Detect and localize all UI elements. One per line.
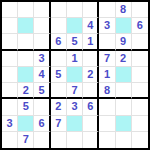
cell-r3c4[interactable]: 6 [51,34,67,50]
cell-r5c9[interactable] [132,67,148,83]
cell-r5c1[interactable] [2,67,18,83]
cell-r5c8[interactable] [116,67,132,83]
cell-r3c7[interactable] [99,34,115,50]
cell-r9c4[interactable] [51,132,67,148]
cell-r9c7[interactable] [99,132,115,148]
cell-r8c9[interactable] [132,116,148,132]
cell-r1c5[interactable] [67,2,83,18]
cell-r4c4[interactable] [51,51,67,67]
cell-r9c1[interactable] [2,132,18,148]
cell-r4c2[interactable] [18,51,34,67]
cell-r8c3[interactable]: 6 [34,116,50,132]
cell-r1c2[interactable] [18,2,34,18]
cell-r7c6[interactable]: 6 [83,99,99,115]
cell-r1c1[interactable] [2,2,18,18]
cell-r7c7[interactable] [99,99,115,115]
cell-r2c2[interactable] [18,18,34,34]
cell-r6c2[interactable]: 2 [18,83,34,99]
cell-r7c5[interactable]: 3 [67,99,83,115]
cell-r4c8[interactable]: 2 [116,51,132,67]
cell-r7c3[interactable] [34,99,50,115]
sudoku-board: 8436651931724521257852363677 [0,0,150,150]
cell-r5c6[interactable]: 2 [83,67,99,83]
cell-r4c1[interactable] [2,51,18,67]
cell-r1c4[interactable] [51,2,67,18]
cell-r4c3[interactable]: 3 [34,51,50,67]
cell-r8c5[interactable] [67,116,83,132]
cell-r2c3[interactable] [34,18,50,34]
cell-r9c6[interactable] [83,132,99,148]
cell-r8c2[interactable] [18,116,34,132]
cell-r6c9[interactable] [132,83,148,99]
cell-r3c3[interactable] [34,34,50,50]
cell-r4c7[interactable]: 7 [99,51,115,67]
cell-r3c2[interactable] [18,34,34,50]
cell-r9c8[interactable] [116,132,132,148]
cell-r9c9[interactable] [132,132,148,148]
cell-r8c6[interactable] [83,116,99,132]
cell-r4c6[interactable] [83,51,99,67]
cell-r9c2[interactable]: 7 [18,132,34,148]
cell-r2c7[interactable]: 3 [99,18,115,34]
cell-r3c1[interactable] [2,34,18,50]
cell-r3c6[interactable]: 1 [83,34,99,50]
cell-r1c8[interactable]: 8 [116,2,132,18]
cell-r2c9[interactable]: 6 [132,18,148,34]
cell-r6c5[interactable]: 7 [67,83,83,99]
cell-r7c9[interactable] [132,99,148,115]
cell-r8c4[interactable]: 7 [51,116,67,132]
cell-r3c9[interactable] [132,34,148,50]
cell-r1c7[interactable] [99,2,115,18]
cell-r8c1[interactable]: 3 [2,116,18,132]
cell-r7c8[interactable] [116,99,132,115]
cell-r6c8[interactable] [116,83,132,99]
cell-r7c4[interactable]: 2 [51,99,67,115]
cell-r1c9[interactable] [132,2,148,18]
cell-r7c1[interactable] [2,99,18,115]
cell-r2c6[interactable]: 4 [83,18,99,34]
cell-r5c3[interactable]: 4 [34,67,50,83]
cell-r4c5[interactable]: 1 [67,51,83,67]
cell-r2c1[interactable] [2,18,18,34]
cell-r7c2[interactable]: 5 [18,99,34,115]
cell-r3c5[interactable]: 5 [67,34,83,50]
cell-r5c4[interactable]: 5 [51,67,67,83]
cell-r5c5[interactable] [67,67,83,83]
cell-r9c3[interactable] [34,132,50,148]
cell-r9c5[interactable] [67,132,83,148]
cell-r6c4[interactable] [51,83,67,99]
cell-r6c1[interactable] [2,83,18,99]
cell-r6c6[interactable] [83,83,99,99]
cell-r8c8[interactable] [116,116,132,132]
cell-r5c2[interactable] [18,67,34,83]
cell-r2c8[interactable] [116,18,132,34]
cell-r2c4[interactable] [51,18,67,34]
cell-r1c6[interactable] [83,2,99,18]
cell-r1c3[interactable] [34,2,50,18]
cell-r2c5[interactable] [67,18,83,34]
cell-r4c9[interactable] [132,51,148,67]
cell-r6c3[interactable]: 5 [34,83,50,99]
cell-r6c7[interactable]: 8 [99,83,115,99]
cell-r8c7[interactable] [99,116,115,132]
cell-r5c7[interactable]: 1 [99,67,115,83]
cell-r3c8[interactable]: 9 [116,34,132,50]
